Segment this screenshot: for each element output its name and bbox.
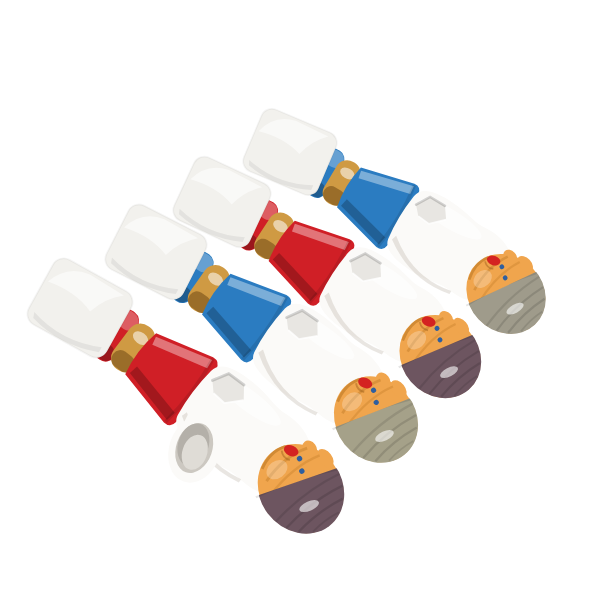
page: { "game": "foosball", "scene": { "subjec… bbox=[0, 0, 600, 600]
foosball-players-photo bbox=[0, 0, 600, 600]
product-photo-stage bbox=[0, 0, 600, 600]
